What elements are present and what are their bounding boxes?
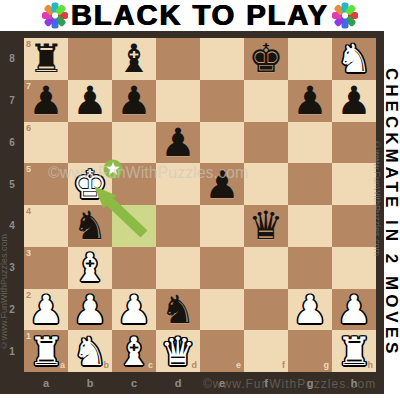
piece-black-pawn[interactable]: ♟ [293,81,328,120]
square-a8[interactable]: 8♜ [24,38,68,80]
square-a7[interactable]: 7♟ [24,80,68,122]
square-e8[interactable] [200,38,244,80]
square-b2[interactable]: ♟ [68,289,112,331]
puzzle-logo-right-icon [332,3,358,29]
piece-black-pawn[interactable]: ♟ [205,165,240,204]
square-h3[interactable] [332,247,376,289]
square-rank-label: 6 [26,124,31,133]
frame-file-label-f: f [244,372,288,394]
piece-white-pawn[interactable]: ♟ [29,290,64,329]
square-rank-label: 3 [26,249,31,258]
frame-file-label-d: d [156,372,200,394]
square-a5[interactable]: 5 [24,163,68,205]
square-f2[interactable] [244,289,288,331]
square-f7[interactable] [244,80,288,122]
frame-file-label-b: b [68,372,112,394]
square-e6[interactable] [200,122,244,164]
square-b5[interactable]: ♚ [68,163,112,205]
frame-rank-label-7: 7 [0,80,24,122]
square-a4[interactable]: 4 [24,205,68,247]
piece-black-pawn[interactable]: ♟ [337,81,372,120]
page-title: BLACK TO PLAY [71,1,329,30]
square-c5[interactable] [112,163,156,205]
piece-white-pawn[interactable]: ♟ [73,290,108,329]
square-c7[interactable]: ♟ [112,80,156,122]
piece-white-queen[interactable]: ♛ [161,332,196,371]
square-f4[interactable]: ♛ [244,205,288,247]
square-f3[interactable] [244,247,288,289]
chess-board: 8♜♝♚♞7♟♟♟♟♟6♟5♚♟4♞♛3♝2♟♟♟♞♟♟1a♜b♞c♝d♛efg… [24,38,376,372]
frame-rank-label-4: 4 [0,205,24,247]
piece-white-bishop[interactable]: ♝ [117,332,152,371]
square-d4[interactable] [156,205,200,247]
rank-labels: 87654321 [0,38,24,372]
square-e7[interactable] [200,80,244,122]
square-file-label: g [324,361,330,370]
square-c3[interactable] [112,247,156,289]
square-b4[interactable]: ♞ [68,205,112,247]
frame-rank-label-1: 1 [0,330,24,372]
square-a2[interactable]: 2♟ [24,289,68,331]
piece-white-rook[interactable]: ♜ [337,332,372,371]
piece-white-bishop[interactable]: ♝ [73,248,108,287]
square-g8[interactable] [288,38,332,80]
square-b3[interactable]: ♝ [68,247,112,289]
square-c4[interactable] [112,205,156,247]
square-g1[interactable]: g [288,330,332,372]
frame-rank-label-5: 5 [0,163,24,205]
square-d5[interactable] [156,163,200,205]
square-f6[interactable] [244,122,288,164]
square-f5[interactable] [244,163,288,205]
square-b7[interactable]: ♟ [68,80,112,122]
piece-white-knight[interactable]: ♞ [337,39,372,78]
square-a3[interactable]: 3 [24,247,68,289]
piece-white-pawn[interactable]: ♟ [117,290,152,329]
square-g2[interactable]: ♟ [288,289,332,331]
piece-black-king[interactable]: ♚ [249,39,284,78]
title-bar: BLACK TO PLAY [0,0,400,31]
frame-file-label-e: e [200,372,244,394]
piece-black-pawn[interactable]: ♟ [29,81,64,120]
square-h5[interactable] [332,163,376,205]
board-frame: 87654321 abcdefgh 8♜♝♚♞7♟♟♟♟♟6♟5♚♟4♞♛3♝2… [0,31,384,394]
square-c6[interactable] [112,122,156,164]
square-d3[interactable] [156,247,200,289]
square-d6[interactable]: ♟ [156,122,200,164]
square-a1[interactable]: 1a♜ [24,330,68,372]
frame-rank-label-3: 3 [0,247,24,289]
frame-rank-label-2: 2 [0,289,24,331]
piece-black-pawn[interactable]: ♟ [161,123,196,162]
square-e2[interactable] [200,289,244,331]
piece-white-knight[interactable]: ♞ [73,332,108,371]
frame-rank-label-6: 6 [0,122,24,164]
puzzle-logo-left-icon [42,3,68,29]
square-b8[interactable] [68,38,112,80]
square-e5[interactable]: ♟ [200,163,244,205]
square-c1[interactable]: c♝ [112,330,156,372]
page: BLACK TO PLAY 87654321 abcdefgh 8♜♝♚♞7♟♟… [0,0,400,400]
piece-black-knight[interactable]: ♞ [73,206,108,245]
piece-white-pawn[interactable]: ♟ [293,290,328,329]
square-g3[interactable] [288,247,332,289]
square-g6[interactable] [288,122,332,164]
square-e4[interactable] [200,205,244,247]
square-d7[interactable] [156,80,200,122]
square-b1[interactable]: b♞ [68,330,112,372]
square-d8[interactable] [156,38,200,80]
square-file-label: e [236,361,241,370]
square-f8[interactable]: ♚ [244,38,288,80]
piece-black-knight[interactable]: ♞ [161,290,196,329]
square-c8[interactable]: ♝ [112,38,156,80]
side-caption: CHECKMATE IN 2 MOVES [382,31,400,394]
frame-file-label-a: a [24,372,68,394]
frame-rank-label-8: 8 [0,38,24,80]
square-g7[interactable]: ♟ [288,80,332,122]
frame-file-label-c: c [112,372,156,394]
square-d1[interactable]: d♛ [156,330,200,372]
piece-black-pawn[interactable]: ♟ [117,81,152,120]
piece-black-rook[interactable]: ♜ [29,39,64,78]
frame-file-label-h: h [332,372,376,394]
frame-file-label-g: g [288,372,332,394]
square-file-label: f [282,361,285,370]
square-h4[interactable] [332,205,376,247]
piece-black-queen[interactable]: ♛ [249,206,284,245]
square-b6[interactable] [68,122,112,164]
square-rank-label: 5 [26,165,31,174]
piece-black-bishop[interactable]: ♝ [117,39,152,78]
square-h8[interactable]: ♞ [332,38,376,80]
square-e3[interactable] [200,247,244,289]
square-g5[interactable] [288,163,332,205]
square-h7[interactable]: ♟ [332,80,376,122]
file-labels: abcdefgh [24,372,376,394]
square-d2[interactable]: ♞ [156,289,200,331]
piece-white-king[interactable]: ♚ [73,165,108,204]
square-e1[interactable]: e [200,330,244,372]
piece-black-pawn[interactable]: ♟ [73,81,108,120]
square-h1[interactable]: h♜ [332,330,376,372]
piece-white-rook[interactable]: ♜ [29,332,64,371]
square-c2[interactable]: ♟ [112,289,156,331]
square-f1[interactable]: f [244,330,288,372]
square-g4[interactable] [288,205,332,247]
square-a6[interactable]: 6 [24,122,68,164]
piece-white-pawn[interactable]: ♟ [337,290,372,329]
square-rank-label: 4 [26,207,31,216]
square-h6[interactable] [332,122,376,164]
square-h2[interactable]: ♟ [332,289,376,331]
